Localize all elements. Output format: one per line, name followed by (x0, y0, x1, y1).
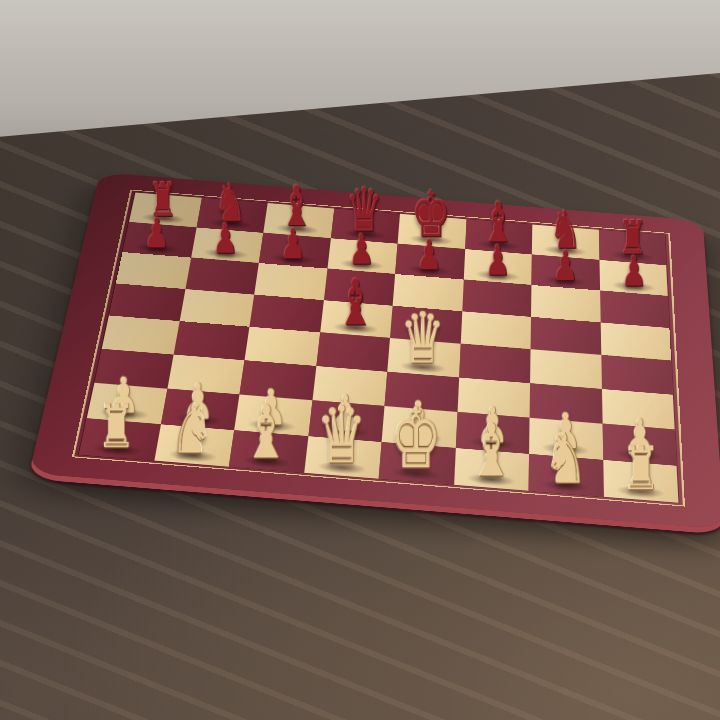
square-f1[interactable]: ♝ (454, 448, 529, 491)
piece-red-pawn-d7[interactable]: ♟ (348, 230, 374, 269)
square-a1[interactable]: ♜ (79, 418, 161, 461)
square-g6[interactable] (531, 285, 600, 322)
square-g1[interactable]: ♞ (529, 454, 604, 497)
piece-white-bishop-f1[interactable]: ♝ (468, 416, 513, 485)
scene: ♜♞♝♛♚♝♞♜♟♟♟♟♟♟♟♟♝♛♟♟♟♟♟♟♟♟♜♞♝♛♚♝♞♜ (0, 0, 720, 720)
square-d1[interactable]: ♛ (304, 436, 382, 479)
square-g5[interactable] (531, 317, 601, 355)
square-b5[interactable] (179, 289, 254, 327)
playing-area: ♜♞♝♛♚♝♞♜♟♟♟♟♟♟♟♟♝♛♟♟♟♟♟♟♟♟♜♞♝♛♚♝♞♜ (79, 192, 679, 502)
piece-white-king-e1[interactable]: ♚ (390, 401, 442, 480)
piece-white-queen-d1[interactable]: ♛ (317, 398, 366, 473)
piece-red-pawn-f7[interactable]: ♟ (485, 241, 511, 280)
piece-white-rook-h1[interactable]: ♜ (622, 440, 660, 497)
chess-board-wrapper: ♜♞♝♛♚♝♞♜♟♟♟♟♟♟♟♟♝♛♟♟♟♟♟♟♟♟♜♞♝♛♚♝♞♜ (41, 0, 720, 687)
square-c4[interactable] (245, 327, 320, 366)
square-b4[interactable] (173, 321, 249, 360)
piece-red-pawn-b7[interactable]: ♟ (212, 219, 238, 258)
square-f4[interactable] (459, 344, 531, 383)
piece-white-bishop-c1[interactable]: ♝ (244, 398, 289, 467)
piece-red-pawn-a7[interactable]: ♟ (144, 214, 170, 253)
square-c5[interactable] (249, 294, 323, 332)
square-f7[interactable]: ♟ (463, 249, 532, 285)
square-g4[interactable] (530, 349, 601, 388)
piece-white-rook-a1[interactable]: ♜ (98, 398, 136, 455)
piece-white-queen-e4[interactable]: ♛ (401, 305, 445, 372)
piece-red-pawn-e7[interactable]: ♟ (417, 236, 443, 275)
square-e4[interactable]: ♛ (387, 338, 460, 377)
piece-red-bishop-d5[interactable]: ♝ (336, 274, 375, 333)
square-a5[interactable] (109, 283, 185, 321)
square-h5[interactable] (600, 322, 671, 360)
square-b1[interactable]: ♞ (154, 424, 234, 467)
square-a4[interactable] (102, 315, 179, 354)
square-f5[interactable] (460, 311, 531, 349)
square-c1[interactable]: ♝ (229, 430, 308, 473)
piece-red-pawn-c7[interactable]: ♟ (280, 225, 306, 264)
piece-white-knight-b1[interactable]: ♞ (170, 396, 213, 462)
square-h4[interactable] (601, 355, 673, 395)
square-d4[interactable] (316, 332, 390, 371)
square-e1[interactable]: ♚ (379, 442, 456, 485)
piece-red-pawn-h7[interactable]: ♟ (621, 252, 647, 291)
chess-board: ♜♞♝♛♚♝♞♜♟♟♟♟♟♟♟♟♝♛♟♟♟♟♟♟♟♟♜♞♝♛♚♝♞♜ (29, 172, 720, 529)
square-h1[interactable]: ♜ (603, 460, 679, 503)
square-d5[interactable]: ♝ (320, 300, 393, 338)
piece-white-knight-g1[interactable]: ♞ (544, 426, 587, 492)
piece-red-pawn-g7[interactable]: ♟ (553, 247, 579, 286)
